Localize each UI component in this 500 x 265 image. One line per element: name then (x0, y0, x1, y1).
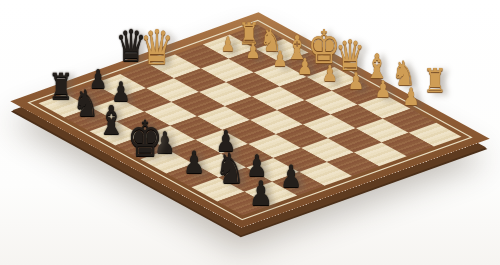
white-pawn-g2[interactable]: ♟ (245, 41, 260, 62)
black-pawn-d7[interactable]: ♟ (183, 147, 205, 178)
white-pawn-f2[interactable]: ♟ (272, 49, 287, 70)
black-pawn-a7[interactable]: ♟ (280, 161, 302, 192)
chess-set-product-photo: ♛♛♜♞♝♚♛♝♞♜♟♟♟♟♟♟♟♟♜♞♝♚♟♟♟♟♟♞♟♟♟ (0, 0, 500, 265)
black-knight-c7[interactable]: ♞ (215, 148, 245, 190)
black-bishop-f8[interactable]: ♝ (97, 100, 126, 140)
white-pawn-a2[interactable]: ♟ (402, 85, 419, 109)
white-pawn-h2[interactable]: ♟ (221, 34, 235, 54)
white-pawn-e2[interactable]: ♟ (297, 56, 313, 78)
black-rook-h8[interactable]: ♜ (48, 69, 74, 105)
white-pawn-d2[interactable]: ♟ (322, 63, 338, 85)
white-pawn-b2[interactable]: ♟ (375, 78, 392, 101)
white-rook-a1[interactable]: ♜ (423, 64, 447, 97)
white-pawn-c2[interactable]: ♟ (348, 70, 365, 93)
black-pawn-b7[interactable]: ♟ (249, 176, 273, 210)
black-knight-g8[interactable]: ♞ (73, 85, 100, 122)
black-king-e8[interactable]: ♚ (127, 114, 163, 164)
extra-white-queen[interactable]: ♛ (140, 23, 174, 71)
